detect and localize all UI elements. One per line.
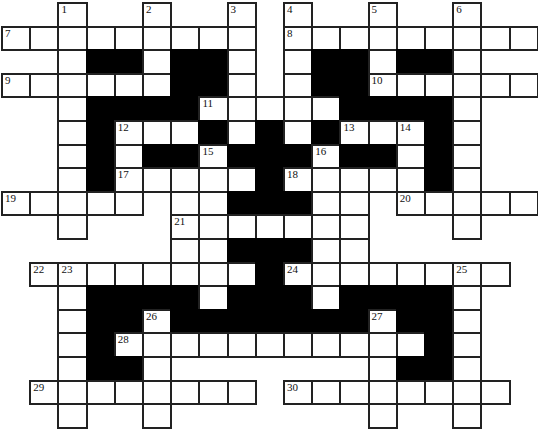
white-cell[interactable]: 22 <box>29 262 59 288</box>
black-cell <box>424 167 454 193</box>
white-cell[interactable] <box>283 49 313 75</box>
clue-number-29: 29 <box>33 381 44 393</box>
black-cell <box>114 356 144 382</box>
black-cell <box>396 96 426 122</box>
white-cell[interactable] <box>480 262 510 288</box>
white-cell[interactable] <box>283 120 313 146</box>
white-cell[interactable] <box>57 96 87 122</box>
white-cell[interactable] <box>198 238 228 264</box>
white-cell[interactable]: 16 <box>311 144 341 170</box>
white-cell[interactable] <box>142 332 172 358</box>
black-cell <box>227 238 257 264</box>
white-cell[interactable] <box>452 167 482 193</box>
white-cell[interactable] <box>255 214 285 240</box>
black-cell <box>114 49 144 75</box>
white-cell[interactable] <box>170 332 200 358</box>
white-cell[interactable] <box>57 191 87 217</box>
white-cell[interactable]: 8 <box>283 26 313 52</box>
white-cell[interactable] <box>170 167 200 193</box>
white-cell[interactable]: 6 <box>452 2 482 28</box>
white-cell[interactable] <box>452 380 482 406</box>
white-cell[interactable] <box>311 380 341 406</box>
white-cell[interactable]: 5 <box>368 2 398 28</box>
black-cell <box>170 309 200 335</box>
clue-number-12: 12 <box>118 121 129 133</box>
white-cell[interactable] <box>86 191 116 217</box>
black-cell <box>283 144 313 170</box>
white-cell[interactable] <box>227 167 257 193</box>
white-cell[interactable] <box>170 191 200 217</box>
white-cell[interactable] <box>368 26 398 52</box>
white-cell[interactable] <box>368 262 398 288</box>
white-cell[interactable]: 1 <box>57 2 87 28</box>
white-cell[interactable] <box>452 214 482 240</box>
black-cell <box>255 191 285 217</box>
white-cell[interactable] <box>198 167 228 193</box>
white-cell[interactable] <box>198 214 228 240</box>
white-cell[interactable] <box>114 73 144 99</box>
white-cell[interactable] <box>339 238 369 264</box>
black-cell <box>86 332 116 358</box>
white-cell[interactable] <box>170 120 200 146</box>
black-cell <box>396 309 426 335</box>
black-cell <box>339 144 369 170</box>
clue-number-30: 30 <box>287 381 298 393</box>
white-cell[interactable] <box>311 167 341 193</box>
clue-number-4: 4 <box>287 3 293 15</box>
black-cell <box>339 309 369 335</box>
white-cell[interactable] <box>198 285 228 311</box>
white-cell[interactable] <box>57 214 87 240</box>
clue-number-28: 28 <box>118 333 129 345</box>
white-cell[interactable] <box>311 262 341 288</box>
white-cell[interactable] <box>424 73 454 99</box>
white-cell[interactable] <box>452 403 482 429</box>
black-cell <box>255 144 285 170</box>
clue-number-22: 22 <box>33 263 44 275</box>
white-cell[interactable] <box>396 380 426 406</box>
white-cell[interactable] <box>255 332 285 358</box>
white-cell[interactable] <box>255 96 285 122</box>
white-cell[interactable] <box>311 26 341 52</box>
white-cell[interactable] <box>57 120 87 146</box>
white-cell[interactable] <box>339 26 369 52</box>
clue-number-27: 27 <box>372 310 383 322</box>
white-cell[interactable]: 14 <box>396 120 426 146</box>
clue-number-14: 14 <box>400 121 411 133</box>
white-cell[interactable] <box>452 120 482 146</box>
white-cell[interactable] <box>57 285 87 311</box>
white-cell[interactable] <box>86 380 116 406</box>
white-cell[interactable]: 30 <box>283 380 313 406</box>
white-cell[interactable] <box>227 120 257 146</box>
black-cell <box>86 120 116 146</box>
white-cell[interactable] <box>142 403 172 429</box>
black-cell <box>170 96 200 122</box>
clue-number-13: 13 <box>343 121 354 133</box>
white-cell[interactable] <box>283 96 313 122</box>
white-cell[interactable] <box>142 73 172 99</box>
white-cell[interactable] <box>142 26 172 52</box>
black-cell <box>424 144 454 170</box>
white-cell[interactable] <box>452 26 482 52</box>
white-cell[interactable] <box>29 73 59 99</box>
white-cell[interactable] <box>283 214 313 240</box>
white-cell[interactable] <box>368 356 398 382</box>
white-cell[interactable] <box>57 167 87 193</box>
white-cell[interactable] <box>452 285 482 311</box>
white-cell[interactable] <box>57 144 87 170</box>
black-cell <box>86 49 116 75</box>
white-cell[interactable] <box>452 356 482 382</box>
white-cell[interactable] <box>452 49 482 75</box>
white-cell[interactable] <box>396 26 426 52</box>
black-cell <box>114 96 144 122</box>
black-cell <box>170 73 200 99</box>
white-cell[interactable] <box>424 26 454 52</box>
white-cell[interactable] <box>339 167 369 193</box>
white-cell[interactable] <box>311 96 341 122</box>
white-cell[interactable] <box>452 96 482 122</box>
clue-number-23: 23 <box>61 263 72 275</box>
crossword-board: 1234567891011121314151617181920212223242… <box>0 0 538 438</box>
white-cell[interactable]: 21 <box>170 214 200 240</box>
white-cell[interactable] <box>114 191 144 217</box>
white-cell[interactable] <box>396 73 426 99</box>
clue-number-3: 3 <box>231 3 237 15</box>
clue-number-15: 15 <box>202 145 213 157</box>
white-cell[interactable]: 25 <box>452 262 482 288</box>
black-cell <box>255 167 285 193</box>
white-cell[interactable] <box>142 380 172 406</box>
black-cell <box>311 120 341 146</box>
white-cell[interactable] <box>227 73 257 99</box>
black-cell <box>311 73 341 99</box>
white-cell[interactable] <box>227 96 257 122</box>
white-cell[interactable] <box>170 26 200 52</box>
white-cell[interactable] <box>339 214 369 240</box>
white-cell[interactable]: 17 <box>114 167 144 193</box>
black-cell <box>311 309 341 335</box>
clue-number-16: 16 <box>315 145 326 157</box>
white-cell[interactable] <box>339 191 369 217</box>
white-cell[interactable]: 4 <box>283 2 313 28</box>
black-cell <box>86 144 116 170</box>
clue-number-2: 2 <box>146 3 152 15</box>
clue-number-1: 1 <box>61 3 67 15</box>
white-cell[interactable] <box>452 309 482 335</box>
black-cell <box>86 285 116 311</box>
white-cell[interactable]: 23 <box>57 262 87 288</box>
white-cell[interactable] <box>227 26 257 52</box>
white-cell[interactable] <box>198 332 228 358</box>
white-cell[interactable] <box>227 214 257 240</box>
white-cell[interactable] <box>368 332 398 358</box>
white-cell[interactable] <box>368 49 398 75</box>
white-cell[interactable]: 28 <box>114 332 144 358</box>
white-cell[interactable] <box>339 332 369 358</box>
black-cell <box>339 96 369 122</box>
clue-number-9: 9 <box>5 74 11 86</box>
white-cell[interactable] <box>57 380 87 406</box>
black-cell <box>283 238 313 264</box>
white-cell[interactable] <box>283 332 313 358</box>
white-cell[interactable] <box>170 262 200 288</box>
black-cell <box>227 191 257 217</box>
black-cell <box>255 120 285 146</box>
white-cell[interactable] <box>198 26 228 52</box>
white-cell[interactable] <box>311 238 341 264</box>
white-cell[interactable]: 27 <box>368 309 398 335</box>
white-cell[interactable] <box>396 332 426 358</box>
white-cell[interactable] <box>311 332 341 358</box>
white-cell[interactable] <box>57 356 87 382</box>
black-cell <box>198 73 228 99</box>
clue-number-18: 18 <box>287 168 298 180</box>
black-cell <box>424 49 454 75</box>
white-cell[interactable] <box>114 380 144 406</box>
white-cell[interactable] <box>57 73 87 99</box>
black-cell <box>198 49 228 75</box>
white-cell[interactable] <box>452 73 482 99</box>
black-cell <box>396 285 426 311</box>
black-cell <box>170 49 200 75</box>
black-cell <box>227 285 257 311</box>
black-cell <box>368 96 398 122</box>
black-cell <box>227 309 257 335</box>
white-cell[interactable]: 13 <box>339 120 369 146</box>
clue-number-19: 19 <box>5 192 16 204</box>
white-cell[interactable] <box>142 49 172 75</box>
black-cell <box>368 144 398 170</box>
white-cell[interactable] <box>452 191 482 217</box>
white-cell[interactable] <box>509 191 538 217</box>
white-cell[interactable] <box>227 380 257 406</box>
black-cell <box>424 332 454 358</box>
white-cell[interactable]: 24 <box>283 262 313 288</box>
white-cell[interactable]: 15 <box>198 144 228 170</box>
white-cell[interactable] <box>368 120 398 146</box>
black-cell <box>424 309 454 335</box>
white-cell[interactable]: 29 <box>29 380 59 406</box>
clue-number-24: 24 <box>287 263 298 275</box>
white-cell[interactable] <box>368 167 398 193</box>
white-cell[interactable]: 19 <box>1 191 31 217</box>
black-cell <box>86 356 116 382</box>
clue-number-17: 17 <box>118 168 129 180</box>
black-cell <box>339 49 369 75</box>
white-cell[interactable] <box>86 262 116 288</box>
white-cell[interactable] <box>339 262 369 288</box>
white-cell[interactable] <box>170 380 200 406</box>
white-cell[interactable] <box>198 262 228 288</box>
white-cell[interactable]: 10 <box>368 73 398 99</box>
clue-number-21: 21 <box>174 215 185 227</box>
white-cell[interactable] <box>142 262 172 288</box>
black-cell <box>311 49 341 75</box>
black-cell <box>227 144 257 170</box>
white-cell[interactable] <box>480 380 510 406</box>
white-cell[interactable] <box>114 262 144 288</box>
black-cell <box>255 309 285 335</box>
black-cell <box>198 309 228 335</box>
white-cell[interactable] <box>339 380 369 406</box>
black-cell <box>142 96 172 122</box>
black-cell <box>283 285 313 311</box>
black-cell <box>283 191 313 217</box>
black-cell <box>255 262 285 288</box>
clue-number-5: 5 <box>372 3 378 15</box>
white-cell[interactable] <box>480 26 510 52</box>
white-cell[interactable] <box>142 356 172 382</box>
clue-number-20: 20 <box>400 192 411 204</box>
white-cell[interactable] <box>86 73 116 99</box>
black-cell <box>255 285 285 311</box>
black-cell <box>396 49 426 75</box>
black-cell <box>170 285 200 311</box>
clue-number-6: 6 <box>456 3 462 15</box>
white-cell[interactable] <box>57 309 87 335</box>
white-cell[interactable] <box>142 167 172 193</box>
black-cell <box>255 238 285 264</box>
black-cell <box>142 144 172 170</box>
white-cell[interactable] <box>57 49 87 75</box>
white-cell[interactable]: 3 <box>227 2 257 28</box>
white-cell[interactable]: 7 <box>1 26 31 52</box>
white-cell[interactable]: 18 <box>283 167 313 193</box>
black-cell <box>142 285 172 311</box>
white-cell[interactable] <box>368 380 398 406</box>
white-cell[interactable] <box>368 403 398 429</box>
white-cell[interactable] <box>509 73 538 99</box>
clue-number-8: 8 <box>287 27 293 39</box>
black-cell <box>424 120 454 146</box>
white-cell[interactable]: 2 <box>142 2 172 28</box>
black-cell <box>86 96 116 122</box>
white-cell[interactable] <box>509 26 538 52</box>
white-cell[interactable] <box>198 191 228 217</box>
white-cell[interactable] <box>396 262 426 288</box>
white-cell[interactable] <box>424 262 454 288</box>
white-cell[interactable] <box>57 403 87 429</box>
white-cell[interactable] <box>424 191 454 217</box>
white-cell[interactable] <box>227 262 257 288</box>
black-cell <box>424 356 454 382</box>
white-cell[interactable] <box>311 285 341 311</box>
white-cell[interactable] <box>114 26 144 52</box>
white-cell[interactable] <box>29 191 59 217</box>
black-cell <box>283 309 313 335</box>
white-cell[interactable] <box>227 49 257 75</box>
white-cell[interactable] <box>424 380 454 406</box>
black-cell <box>396 356 426 382</box>
white-cell[interactable] <box>57 332 87 358</box>
white-cell[interactable] <box>283 73 313 99</box>
black-cell <box>368 285 398 311</box>
white-cell[interactable] <box>480 73 510 99</box>
black-cell <box>114 285 144 311</box>
black-cell <box>86 309 116 335</box>
white-cell[interactable]: 20 <box>396 191 426 217</box>
black-cell <box>198 120 228 146</box>
white-cell[interactable] <box>396 167 426 193</box>
white-cell[interactable]: 26 <box>142 309 172 335</box>
black-cell <box>339 285 369 311</box>
white-cell[interactable] <box>396 144 426 170</box>
white-cell[interactable] <box>198 380 228 406</box>
white-cell[interactable] <box>452 332 482 358</box>
white-cell[interactable] <box>142 120 172 146</box>
clue-number-10: 10 <box>372 74 383 86</box>
white-cell[interactable] <box>480 191 510 217</box>
white-cell[interactable]: 12 <box>114 120 144 146</box>
white-cell[interactable] <box>311 214 341 240</box>
white-cell[interactable] <box>170 238 200 264</box>
clue-number-25: 25 <box>456 263 467 275</box>
black-cell <box>86 167 116 193</box>
white-cell[interactable] <box>57 26 87 52</box>
white-cell[interactable] <box>311 191 341 217</box>
white-cell[interactable]: 9 <box>1 73 31 99</box>
clue-number-11: 11 <box>202 97 213 109</box>
white-cell[interactable] <box>227 332 257 358</box>
white-cell[interactable] <box>114 144 144 170</box>
black-cell <box>114 309 144 335</box>
black-cell <box>424 285 454 311</box>
clue-number-26: 26 <box>146 310 157 322</box>
clue-number-7: 7 <box>5 27 11 39</box>
white-cell[interactable] <box>452 144 482 170</box>
black-cell <box>170 144 200 170</box>
white-cell[interactable] <box>86 26 116 52</box>
white-cell[interactable]: 11 <box>198 96 228 122</box>
black-cell <box>424 96 454 122</box>
black-cell <box>339 73 369 99</box>
white-cell[interactable] <box>29 26 59 52</box>
